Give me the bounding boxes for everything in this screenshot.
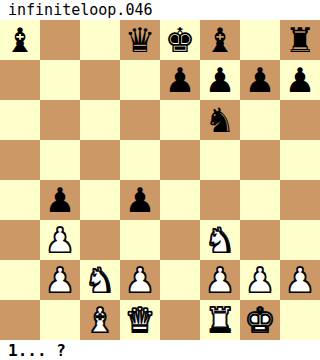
square-h5[interactable] — [280, 140, 320, 180]
square-f5[interactable] — [200, 140, 240, 180]
square-g3[interactable] — [240, 220, 280, 260]
square-c2[interactable]: ♞ — [80, 260, 120, 300]
square-d5[interactable] — [120, 140, 160, 180]
piece-black-pawn: ♟ — [205, 60, 235, 100]
square-b7[interactable] — [40, 60, 80, 100]
square-c8[interactable] — [80, 20, 120, 60]
square-a2[interactable] — [0, 260, 40, 300]
square-h8[interactable]: ♜ — [280, 20, 320, 60]
square-h1[interactable] — [280, 300, 320, 340]
square-e7[interactable]: ♟ — [160, 60, 200, 100]
piece-white-bishop: ♝ — [85, 300, 115, 340]
piece-white-king: ♚ — [245, 300, 275, 340]
piece-white-rook: ♜ — [205, 300, 235, 340]
square-g8[interactable] — [240, 20, 280, 60]
square-a6[interactable] — [0, 100, 40, 140]
square-f4[interactable] — [200, 180, 240, 220]
puzzle-title: infiniteloop.046 — [8, 1, 153, 19]
piece-white-queen: ♛ — [125, 300, 155, 340]
square-c6[interactable] — [80, 100, 120, 140]
square-f1[interactable]: ♜ — [200, 300, 240, 340]
square-a3[interactable] — [0, 220, 40, 260]
square-d6[interactable] — [120, 100, 160, 140]
square-h3[interactable] — [280, 220, 320, 260]
square-g6[interactable] — [240, 100, 280, 140]
square-d8[interactable]: ♛ — [120, 20, 160, 60]
square-a1[interactable] — [0, 300, 40, 340]
square-h4[interactable] — [280, 180, 320, 220]
square-f3[interactable]: ♞ — [200, 220, 240, 260]
piece-white-knight: ♞ — [85, 260, 115, 300]
window-title: infiniteloop.046 — [0, 0, 320, 20]
square-d1[interactable]: ♛ — [120, 300, 160, 340]
piece-white-pawn: ♟ — [125, 260, 155, 300]
piece-white-pawn: ♟ — [45, 260, 75, 300]
square-a8[interactable]: ♝ — [0, 20, 40, 60]
square-b6[interactable] — [40, 100, 80, 140]
square-b2[interactable]: ♟ — [40, 260, 80, 300]
square-b3[interactable]: ♟ — [40, 220, 80, 260]
square-e8[interactable]: ♚ — [160, 20, 200, 60]
square-b4[interactable]: ♟ — [40, 180, 80, 220]
square-f8[interactable]: ♝ — [200, 20, 240, 60]
square-c1[interactable]: ♝ — [80, 300, 120, 340]
piece-black-bishop: ♝ — [205, 20, 235, 60]
square-b8[interactable] — [40, 20, 80, 60]
piece-black-pawn: ♟ — [165, 60, 195, 100]
piece-black-pawn: ♟ — [285, 60, 315, 100]
square-c3[interactable] — [80, 220, 120, 260]
square-a5[interactable] — [0, 140, 40, 180]
status-bar: 1... ? — [0, 340, 320, 360]
square-d4[interactable]: ♟ — [120, 180, 160, 220]
square-g1[interactable]: ♚ — [240, 300, 280, 340]
square-c5[interactable] — [80, 140, 120, 180]
piece-black-queen: ♛ — [125, 20, 155, 60]
piece-black-pawn: ♟ — [245, 60, 275, 100]
piece-black-king: ♚ — [165, 20, 195, 60]
square-h6[interactable] — [280, 100, 320, 140]
square-d3[interactable] — [120, 220, 160, 260]
chess-board: ♝♛♚♝♜♟♟♟♟♞♟♟♟♞♟♞♟♟♟♟♝♛♜♚ — [0, 20, 320, 340]
square-f6[interactable]: ♞ — [200, 100, 240, 140]
square-c7[interactable] — [80, 60, 120, 100]
piece-black-pawn: ♟ — [125, 180, 155, 220]
piece-white-pawn: ♟ — [45, 220, 75, 260]
square-d2[interactable]: ♟ — [120, 260, 160, 300]
square-g4[interactable] — [240, 180, 280, 220]
piece-white-knight: ♞ — [205, 220, 235, 260]
square-a4[interactable] — [0, 180, 40, 220]
square-e4[interactable] — [160, 180, 200, 220]
square-g5[interactable] — [240, 140, 280, 180]
square-b1[interactable] — [40, 300, 80, 340]
square-g7[interactable]: ♟ — [240, 60, 280, 100]
square-e5[interactable] — [160, 140, 200, 180]
square-e6[interactable] — [160, 100, 200, 140]
square-c4[interactable] — [80, 180, 120, 220]
piece-black-knight: ♞ — [205, 100, 235, 140]
piece-white-pawn: ♟ — [245, 260, 275, 300]
square-a7[interactable] — [0, 60, 40, 100]
square-f2[interactable]: ♟ — [200, 260, 240, 300]
square-e3[interactable] — [160, 220, 200, 260]
square-d7[interactable] — [120, 60, 160, 100]
piece-black-pawn: ♟ — [45, 180, 75, 220]
piece-black-bishop: ♝ — [5, 20, 35, 60]
square-e1[interactable] — [160, 300, 200, 340]
square-h7[interactable]: ♟ — [280, 60, 320, 100]
square-b5[interactable] — [40, 140, 80, 180]
square-h2[interactable]: ♟ — [280, 260, 320, 300]
piece-white-pawn: ♟ — [205, 260, 235, 300]
piece-white-pawn: ♟ — [285, 260, 315, 300]
square-f7[interactable]: ♟ — [200, 60, 240, 100]
piece-black-rook: ♜ — [285, 20, 315, 60]
square-e2[interactable] — [160, 260, 200, 300]
move-prompt: 1... ? — [8, 341, 66, 360]
square-g2[interactable]: ♟ — [240, 260, 280, 300]
